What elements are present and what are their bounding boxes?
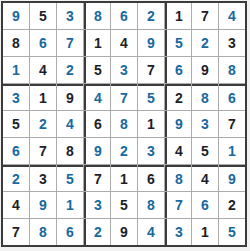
cell-r1c9[interactable]: 4 — [219, 3, 245, 29]
cell-r7c5[interactable]: 1 — [111, 165, 137, 191]
cell-r1c1[interactable]: 9 — [3, 3, 29, 29]
cell-r4c4[interactable]: 4 — [84, 84, 110, 110]
cell-r2c9[interactable]: 3 — [219, 30, 245, 56]
cell-r9c5[interactable]: 9 — [111, 219, 137, 245]
cell-r4c8[interactable]: 8 — [192, 84, 218, 110]
cell-r4c9[interactable]: 6 — [219, 84, 245, 110]
cell-r4c1[interactable]: 3 — [3, 84, 29, 110]
cell-r1c8[interactable]: 7 — [192, 3, 218, 29]
cell-r2c4[interactable]: 1 — [84, 30, 110, 56]
cell-r4c7[interactable]: 2 — [165, 84, 191, 110]
sudoku-page: 9538621748671495231425376983194752865246… — [0, 0, 250, 251]
cell-r8c7[interactable]: 7 — [165, 192, 191, 218]
cell-r3c2[interactable]: 4 — [30, 57, 56, 83]
cell-r3c5[interactable]: 3 — [111, 57, 137, 83]
cell-r8c3[interactable]: 1 — [57, 192, 83, 218]
cell-r7c7[interactable]: 8 — [165, 165, 191, 191]
cell-r7c8[interactable]: 4 — [192, 165, 218, 191]
cell-r9c8[interactable]: 1 — [192, 219, 218, 245]
cell-r4c3[interactable]: 9 — [57, 84, 83, 110]
cell-r6c1[interactable]: 6 — [3, 138, 29, 164]
cell-r5c3[interactable]: 4 — [57, 111, 83, 137]
cell-r6c3[interactable]: 8 — [57, 138, 83, 164]
cell-r1c3[interactable]: 3 — [57, 3, 83, 29]
cell-r2c7[interactable]: 5 — [165, 30, 191, 56]
cell-r5c2[interactable]: 2 — [30, 111, 56, 137]
cell-r8c8[interactable]: 6 — [192, 192, 218, 218]
cell-r3c4[interactable]: 5 — [84, 57, 110, 83]
cell-r8c4[interactable]: 3 — [84, 192, 110, 218]
cell-r1c2[interactable]: 5 — [30, 3, 56, 29]
cell-r1c4[interactable]: 8 — [84, 3, 110, 29]
cell-r6c6[interactable]: 3 — [138, 138, 164, 164]
cell-r9c4[interactable]: 2 — [84, 219, 110, 245]
cell-r7c1[interactable]: 2 — [3, 165, 29, 191]
cell-r7c2[interactable]: 3 — [30, 165, 56, 191]
cell-r3c1[interactable]: 1 — [3, 57, 29, 83]
cell-r2c1[interactable]: 8 — [3, 30, 29, 56]
cell-r8c6[interactable]: 8 — [138, 192, 164, 218]
cell-r3c6[interactable]: 7 — [138, 57, 164, 83]
cell-r2c2[interactable]: 6 — [30, 30, 56, 56]
cell-r3c9[interactable]: 8 — [219, 57, 245, 83]
cell-r7c9[interactable]: 9 — [219, 165, 245, 191]
cell-r6c8[interactable]: 5 — [192, 138, 218, 164]
cell-r6c5[interactable]: 2 — [111, 138, 137, 164]
cell-r3c3[interactable]: 2 — [57, 57, 83, 83]
cell-r1c6[interactable]: 2 — [138, 3, 164, 29]
cell-r3c8[interactable]: 9 — [192, 57, 218, 83]
cell-r9c7[interactable]: 3 — [165, 219, 191, 245]
cell-r5c5[interactable]: 8 — [111, 111, 137, 137]
cell-r5c9[interactable]: 7 — [219, 111, 245, 137]
cell-r6c2[interactable]: 7 — [30, 138, 56, 164]
cell-r5c4[interactable]: 6 — [84, 111, 110, 137]
cell-r5c6[interactable]: 1 — [138, 111, 164, 137]
cell-r9c2[interactable]: 8 — [30, 219, 56, 245]
cell-r9c1[interactable]: 7 — [3, 219, 29, 245]
cell-r2c3[interactable]: 7 — [57, 30, 83, 56]
cell-r2c6[interactable]: 9 — [138, 30, 164, 56]
cell-r7c3[interactable]: 5 — [57, 165, 83, 191]
cell-r9c6[interactable]: 4 — [138, 219, 164, 245]
cell-r2c5[interactable]: 4 — [111, 30, 137, 56]
cell-r2c8[interactable]: 2 — [192, 30, 218, 56]
cell-r8c1[interactable]: 4 — [3, 192, 29, 218]
cell-r9c3[interactable]: 6 — [57, 219, 83, 245]
cell-r6c7[interactable]: 4 — [165, 138, 191, 164]
cell-r5c1[interactable]: 5 — [3, 111, 29, 137]
sudoku-board: 9538621748671495231425376983194752865246… — [1, 1, 247, 247]
cell-r3c7[interactable]: 6 — [165, 57, 191, 83]
cell-r8c5[interactable]: 5 — [111, 192, 137, 218]
cell-r7c4[interactable]: 7 — [84, 165, 110, 191]
cell-r6c9[interactable]: 1 — [219, 138, 245, 164]
cell-r8c2[interactable]: 9 — [30, 192, 56, 218]
cell-r5c7[interactable]: 9 — [165, 111, 191, 137]
cell-r4c6[interactable]: 5 — [138, 84, 164, 110]
cell-r4c2[interactable]: 1 — [30, 84, 56, 110]
cell-r1c5[interactable]: 6 — [111, 3, 137, 29]
cell-r7c6[interactable]: 6 — [138, 165, 164, 191]
cell-r8c9[interactable]: 2 — [219, 192, 245, 218]
cell-r5c8[interactable]: 3 — [192, 111, 218, 137]
cell-r1c7[interactable]: 1 — [165, 3, 191, 29]
cell-r9c9[interactable]: 5 — [219, 219, 245, 245]
cell-r6c4[interactable]: 9 — [84, 138, 110, 164]
cell-r4c5[interactable]: 7 — [111, 84, 137, 110]
